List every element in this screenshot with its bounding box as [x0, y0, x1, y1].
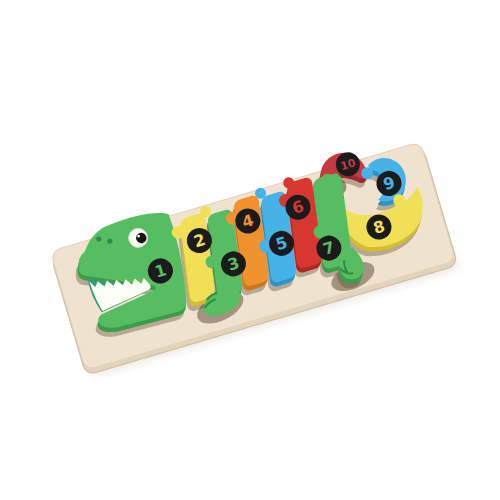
- product-photo-canvas: 1 2 3 4 5 6 7 8 9 10: [0, 0, 500, 500]
- puzzle-board-group: 1 2 3 4 5 6 7 8 9 10: [46, 130, 459, 378]
